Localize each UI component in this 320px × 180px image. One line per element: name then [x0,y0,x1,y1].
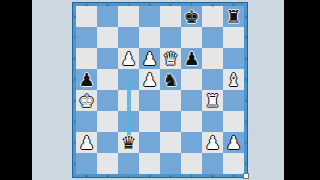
square-c6[interactable]: ♟ [118,48,139,69]
coord-label: 6 [245,53,247,65]
coord-label: b [102,4,114,6]
square-d6[interactable]: ♟ [139,48,160,69]
coord-label: d [144,4,156,6]
coord-label: h [228,4,240,6]
square-a4[interactable]: ♚ [76,90,97,111]
square-e5[interactable]: ♞ [160,69,181,90]
coord-label: 1 [245,158,247,170]
coord-label: 4 [245,95,247,107]
square-d7[interactable] [139,27,160,48]
piece-black-rook[interactable]: ♜ [223,6,244,27]
square-b7[interactable] [97,27,118,48]
square-h3[interactable] [223,111,244,132]
white-to-move-indicator [243,173,249,179]
square-b6[interactable] [97,48,118,69]
piece-white-pawn[interactable]: ♟ [139,69,160,90]
piece-black-pawn[interactable]: ♟ [181,48,202,69]
piece-white-bishop[interactable]: ♝ [223,69,244,90]
piece-white-pawn[interactable]: ♟ [76,132,97,153]
square-g5[interactable] [202,69,223,90]
coord-label: 5 [74,74,76,86]
piece-black-knight[interactable]: ♞ [160,69,181,90]
square-d4[interactable] [139,90,160,111]
square-h4[interactable] [223,90,244,111]
square-h6[interactable] [223,48,244,69]
square-e1[interactable] [160,153,181,174]
piece-white-rook[interactable]: ♜ [202,90,223,111]
square-c2[interactable]: ♛ [118,132,139,153]
rank-labels-right: 87654321 [244,6,247,174]
square-a8[interactable] [76,6,97,27]
square-a7[interactable] [76,27,97,48]
square-g8[interactable] [202,6,223,27]
square-h5[interactable]: ♝ [223,69,244,90]
square-f4[interactable] [181,90,202,111]
move-arrow-c5-c2 [127,79,131,138]
file-labels-top: abcdefgh [76,3,244,6]
square-f7[interactable] [181,27,202,48]
square-c7[interactable] [118,27,139,48]
square-g7[interactable] [202,27,223,48]
coord-label: a [81,4,93,6]
coord-label: f [186,175,198,177]
square-b2[interactable] [97,132,118,153]
square-c8[interactable] [118,6,139,27]
square-a6[interactable] [76,48,97,69]
square-b4[interactable] [97,90,118,111]
square-f2[interactable] [181,132,202,153]
square-d8[interactable] [139,6,160,27]
coord-label: e [165,4,177,6]
square-a2[interactable]: ♟ [76,132,97,153]
square-b3[interactable] [97,111,118,132]
square-e3[interactable] [160,111,181,132]
coord-label: 8 [245,11,247,23]
piece-white-queen[interactable]: ♛ [160,48,181,69]
coord-label: 7 [245,32,247,44]
square-f5[interactable] [181,69,202,90]
square-g2[interactable]: ♟ [202,132,223,153]
rank-labels-left: 87654321 [73,6,76,174]
piece-white-pawn[interactable]: ♟ [118,48,139,69]
piece-white-pawn[interactable]: ♟ [223,132,244,153]
square-d1[interactable] [139,153,160,174]
square-a3[interactable] [76,111,97,132]
coord-label: b [102,175,114,177]
coord-label: 2 [245,137,247,149]
square-g4[interactable]: ♜ [202,90,223,111]
coord-label: 2 [74,137,76,149]
square-h8[interactable]: ♜ [223,6,244,27]
square-h2[interactable]: ♟ [223,132,244,153]
coord-label: e [165,175,177,177]
square-f6[interactable]: ♟ [181,48,202,69]
coord-label: h [228,175,240,177]
square-e4[interactable] [160,90,181,111]
piece-black-pawn[interactable]: ♟ [76,69,97,90]
square-e8[interactable] [160,6,181,27]
square-e6[interactable]: ♛ [160,48,181,69]
pillarbox-right [284,0,320,180]
square-b1[interactable] [97,153,118,174]
coord-label: f [186,4,198,6]
piece-white-king[interactable]: ♚ [76,90,97,111]
chess-board: abcdefgh abcdefgh 87654321 87654321 ♚♜♟♟… [72,2,248,178]
square-g6[interactable] [202,48,223,69]
square-a5[interactable]: ♟ [76,69,97,90]
square-d2[interactable] [139,132,160,153]
square-f1[interactable] [181,153,202,174]
board-grid: ♚♜♟♟♛♟♟♟♞♝♚♜♟♛♟♟ [76,6,244,174]
piece-white-pawn[interactable]: ♟ [202,132,223,153]
pillarbox-left [0,0,32,180]
square-b5[interactable] [97,69,118,90]
square-b8[interactable] [97,6,118,27]
coord-label: 7 [74,32,76,44]
square-c1[interactable] [118,153,139,174]
coord-label: 3 [74,116,76,128]
coord-label: c [123,4,135,6]
coord-label: 5 [245,74,247,86]
square-f8[interactable]: ♚ [181,6,202,27]
square-e2[interactable] [160,132,181,153]
square-g1[interactable] [202,153,223,174]
square-h7[interactable] [223,27,244,48]
coord-label: 6 [74,53,76,65]
square-d3[interactable] [139,111,160,132]
square-f3[interactable] [181,111,202,132]
file-labels-bottom: abcdefgh [76,174,244,177]
piece-black-king[interactable]: ♚ [181,6,202,27]
coord-label: g [207,4,219,6]
piece-black-queen[interactable]: ♛ [118,132,139,153]
coord-label: 3 [245,116,247,128]
coord-label: g [207,175,219,177]
square-d5[interactable]: ♟ [139,69,160,90]
piece-white-pawn[interactable]: ♟ [139,48,160,69]
square-h1[interactable] [223,153,244,174]
coord-label: a [81,175,93,177]
coord-label: 1 [74,158,76,170]
coord-label: c [123,175,135,177]
coord-label: 4 [74,95,76,107]
coord-label: 8 [74,11,76,23]
coord-label: d [144,175,156,177]
square-a1[interactable] [76,153,97,174]
square-e7[interactable] [160,27,181,48]
square-g3[interactable] [202,111,223,132]
